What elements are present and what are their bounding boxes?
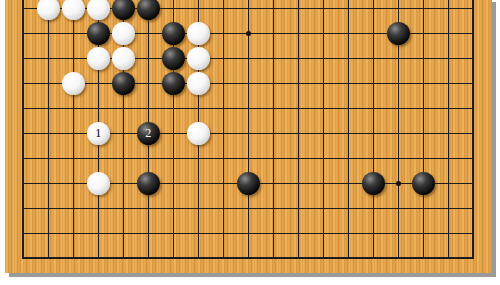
grid-line-vertical [48,0,49,259]
grid-line-vertical [298,0,299,259]
stone-white: 1 [87,122,110,145]
stone-number-label: 2 [137,122,160,145]
stone-white [37,0,60,20]
star-point [396,181,401,186]
grid-line-vertical [348,0,349,259]
grid-line-vertical [472,0,474,259]
stone-black [112,72,135,95]
star-point [246,31,251,36]
grid-line-horizontal [22,233,474,234]
grid-line-horizontal [22,83,474,84]
grid-line-vertical [73,0,74,259]
stone-white [112,47,135,70]
stone-white [187,72,210,95]
stone-black [387,22,410,45]
grid-line-vertical [223,0,224,259]
go-board[interactable]: 12 [5,0,492,273]
grid-line-vertical [323,0,324,259]
stone-black [137,172,160,195]
grid-line-horizontal [22,108,474,109]
stone-black [137,0,160,20]
stone-white [87,47,110,70]
stone-black [237,172,260,195]
stone-black [162,47,185,70]
grid-line-horizontal [22,257,474,259]
stone-black [87,22,110,45]
stone-number-label: 1 [87,122,110,145]
grid-line-vertical [248,0,249,259]
stone-black [412,172,435,195]
stone-black [162,22,185,45]
grid-line-vertical [423,0,424,259]
grid-line-vertical [273,0,274,259]
stone-black [112,0,135,20]
screen: 12 [0,0,500,285]
stone-white [112,22,135,45]
stone-white [87,172,110,195]
board-edge-shadow-right [492,2,496,277]
stone-black [162,72,185,95]
grid-line-vertical [448,0,449,259]
stone-white [187,122,210,145]
stone-black [362,172,385,195]
stone-white [187,47,210,70]
stone-black: 2 [137,122,160,145]
board-edge-shadow-bottom [9,273,496,277]
grid-line-horizontal [22,208,474,209]
grid-line-vertical [373,0,374,259]
stone-white [62,0,85,20]
stone-white [187,22,210,45]
stone-white [87,0,110,20]
stone-white [62,72,85,95]
grid-line-horizontal [22,158,474,159]
grid-line-vertical [22,0,24,259]
